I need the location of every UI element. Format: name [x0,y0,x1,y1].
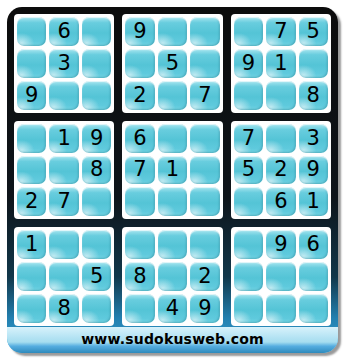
cell-r8c5[interactable] [158,262,187,291]
cell-r3c7[interactable] [234,81,263,110]
cell-r7c5[interactable] [158,230,187,259]
box-r3c1: 158 [14,227,114,326]
cell-r6c7[interactable] [234,187,263,216]
cell-r5c3[interactable]: 8 [82,156,111,185]
cell-r6c6[interactable] [190,187,219,216]
cell-r1c6[interactable] [190,17,219,46]
cell-r5c7[interactable]: 5 [234,156,263,185]
cell-r9c7[interactable] [234,294,263,323]
cell-r1c8[interactable]: 7 [266,17,295,46]
box-r1c1: 639 [14,14,114,113]
cell-r6c1[interactable]: 2 [17,187,46,216]
box-r2c3: 7352961 [231,121,331,220]
cell-r8c9[interactable] [299,262,328,291]
cell-r6c4[interactable] [125,187,154,216]
cell-r7c6[interactable] [190,230,219,259]
cell-r3c1[interactable]: 9 [17,81,46,110]
cell-r3c5[interactable] [158,81,187,110]
cell-r2c5[interactable]: 5 [158,49,187,78]
cell-r4c9[interactable]: 3 [299,124,328,153]
sudoku-board: 639 9527 75918 19827 671 7352961 158 824… [7,7,338,353]
cell-r9c3[interactable] [82,294,111,323]
cell-r7c7[interactable] [234,230,263,259]
cell-r2c3[interactable] [82,49,111,78]
cell-r1c7[interactable] [234,17,263,46]
box-r1c3: 75918 [231,14,331,113]
cell-r9c9[interactable] [299,294,328,323]
cell-r5c6[interactable] [190,156,219,185]
cell-r6c9[interactable]: 1 [299,187,328,216]
cell-r7c2[interactable] [49,230,78,259]
cell-r8c3[interactable]: 5 [82,262,111,291]
cell-r1c4[interactable]: 9 [125,17,154,46]
cell-r4c5[interactable] [158,124,187,153]
page: 639 9527 75918 19827 671 7352961 158 824… [0,0,350,360]
cell-r9c5[interactable]: 4 [158,294,187,323]
cell-r6c5[interactable] [158,187,187,216]
cell-r7c3[interactable] [82,230,111,259]
cell-r4c8[interactable] [266,124,295,153]
cell-r4c1[interactable] [17,124,46,153]
cell-r1c9[interactable]: 5 [299,17,328,46]
cell-r5c1[interactable] [17,156,46,185]
cell-r5c9[interactable]: 9 [299,156,328,185]
cell-r2c2[interactable]: 3 [49,49,78,78]
cell-r8c4[interactable]: 8 [125,262,154,291]
box-r1c2: 9527 [122,14,222,113]
cell-r9c6[interactable]: 9 [190,294,219,323]
cell-r1c5[interactable] [158,17,187,46]
box-r3c3: 96 [231,227,331,326]
cell-r1c3[interactable] [82,17,111,46]
cell-r3c6[interactable]: 7 [190,81,219,110]
cell-r5c4[interactable]: 7 [125,156,154,185]
cell-r7c1[interactable]: 1 [17,230,46,259]
cell-r4c7[interactable]: 7 [234,124,263,153]
cell-r6c3[interactable] [82,187,111,216]
cell-r4c4[interactable]: 6 [125,124,154,153]
box-r3c2: 8249 [122,227,222,326]
cell-r9c8[interactable] [266,294,295,323]
cell-r5c8[interactable]: 2 [266,156,295,185]
cell-r2c9[interactable] [299,49,328,78]
cell-r8c2[interactable] [49,262,78,291]
footer-bar: www.sudokusweb.com [7,327,338,353]
cell-r2c1[interactable] [17,49,46,78]
cell-r3c3[interactable] [82,81,111,110]
cell-r3c2[interactable] [49,81,78,110]
box-r2c1: 19827 [14,121,114,220]
website-url[interactable]: www.sudokusweb.com [81,331,264,349]
cell-r7c8[interactable]: 9 [266,230,295,259]
cell-r3c8[interactable] [266,81,295,110]
cell-r1c1[interactable] [17,17,46,46]
cell-r3c4[interactable]: 2 [125,81,154,110]
cell-r2c6[interactable] [190,49,219,78]
cell-r5c5[interactable]: 1 [158,156,187,185]
cell-r8c6[interactable]: 2 [190,262,219,291]
sudoku-grid: 639 9527 75918 19827 671 7352961 158 824… [14,14,331,326]
cell-r6c2[interactable]: 7 [49,187,78,216]
box-r2c2: 671 [122,121,222,220]
cell-r9c4[interactable] [125,294,154,323]
cell-r4c6[interactable] [190,124,219,153]
cell-r2c8[interactable]: 1 [266,49,295,78]
cell-r6c8[interactable]: 6 [266,187,295,216]
cell-r8c1[interactable] [17,262,46,291]
cell-r1c2[interactable]: 6 [49,17,78,46]
cell-r4c2[interactable]: 1 [49,124,78,153]
cell-r8c8[interactable] [266,262,295,291]
cell-r3c9[interactable]: 8 [299,81,328,110]
cell-r9c2[interactable]: 8 [49,294,78,323]
cell-r7c4[interactable] [125,230,154,259]
cell-r8c7[interactable] [234,262,263,291]
cell-r9c1[interactable] [17,294,46,323]
cell-r5c2[interactable] [49,156,78,185]
cell-r2c4[interactable] [125,49,154,78]
cell-r7c9[interactable]: 6 [299,230,328,259]
cell-r2c7[interactable]: 9 [234,49,263,78]
cell-r4c3[interactable]: 9 [82,124,111,153]
